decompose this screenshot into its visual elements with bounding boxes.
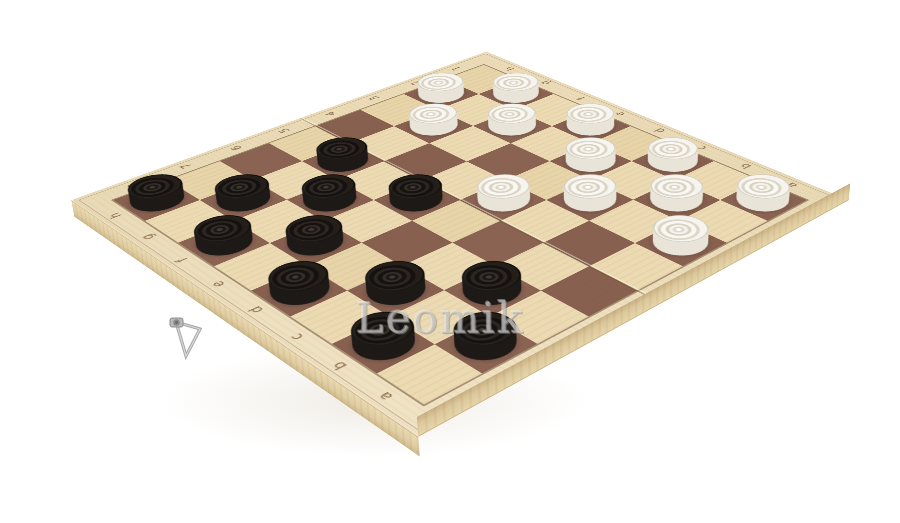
- black-checker-f6[interactable]: [293, 183, 367, 218]
- black-checker-d8[interactable]: [258, 270, 340, 313]
- latch-clasp-icon: [166, 312, 212, 364]
- black-checker-f8[interactable]: [186, 224, 263, 262]
- white-checker-d4[interactable]: [467, 183, 541, 218]
- checkers-board: aabbccddeeffgghh8877665544332211: [71, 51, 849, 436]
- black-checker-e5[interactable]: [380, 183, 454, 218]
- white-checker-a3[interactable]: [642, 224, 719, 262]
- black-checker-h8[interactable]: [120, 183, 194, 218]
- black-checker-e7[interactable]: [277, 224, 354, 262]
- watermark: Leomik: [356, 294, 525, 343]
- white-checker-c3[interactable]: [553, 183, 627, 218]
- photo-stage: aabbccddeeffgghh8877665544332211 Leomik: [0, 0, 900, 523]
- scene: aabbccddeeffgghh8877665544332211: [0, 0, 900, 523]
- black-checker-g7[interactable]: [207, 183, 281, 218]
- white-checker-a1[interactable]: [726, 183, 800, 218]
- white-checker-b2[interactable]: [640, 183, 714, 218]
